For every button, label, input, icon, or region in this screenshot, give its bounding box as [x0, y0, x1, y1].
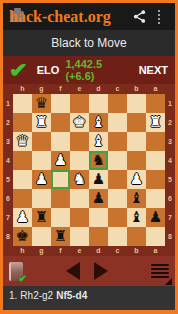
coord-label-d: d — [89, 246, 108, 256]
square-h1[interactable] — [13, 94, 32, 113]
square-d4[interactable]: ♞ — [89, 151, 108, 170]
coord-label-7: 7 — [165, 208, 175, 227]
turn-indicator-bar: Black to Move — [3, 30, 175, 56]
black-rook: ♜ — [35, 208, 48, 227]
prev-move-button[interactable] — [66, 262, 80, 280]
square-c2[interactable] — [108, 113, 127, 132]
square-c8[interactable] — [108, 227, 127, 246]
square-e4[interactable] — [70, 151, 89, 170]
square-e3[interactable] — [70, 132, 89, 151]
square-h7[interactable]: ♟ — [13, 208, 32, 227]
square-c7[interactable] — [108, 208, 127, 227]
square-g1[interactable]: ♛ — [32, 94, 51, 113]
square-g7[interactable]: ♜ — [32, 208, 51, 227]
coord-label-f: f — [51, 246, 70, 256]
black-bishop: ♝ — [130, 189, 143, 208]
square-f3[interactable] — [51, 132, 70, 151]
square-b8[interactable] — [127, 227, 146, 246]
coord-label-b: b — [127, 84, 146, 94]
white-move: Rh2-g2 — [20, 290, 53, 301]
square-e2[interactable]: ♚ — [70, 113, 89, 132]
square-e8[interactable] — [70, 227, 89, 246]
coord-label-g: g — [32, 84, 51, 94]
square-f1[interactable] — [51, 94, 70, 113]
white-pawn: ♟ — [130, 170, 143, 189]
watermark-link[interactable]: hack-cheat.org — [9, 3, 111, 30]
square-e5[interactable]: ♞ — [70, 170, 89, 189]
white-king: ♚ — [73, 113, 86, 132]
square-e7[interactable] — [70, 208, 89, 227]
coord-label-4: 4 — [3, 151, 13, 170]
square-h3[interactable]: ♛ — [13, 132, 32, 151]
resize-corner-icon — [165, 278, 172, 285]
black-bishop: ♝ — [130, 208, 143, 227]
square-a5[interactable] — [146, 170, 165, 189]
coord-label-5: 5 — [3, 170, 13, 189]
square-a3[interactable] — [146, 132, 165, 151]
coord-label-1: 1 — [3, 94, 13, 113]
chess-board: ♛♜♚♝♜♛♝♟♞♟♞♟♟♟♝♟♜♝♟♚♜ — [13, 94, 165, 246]
square-f7[interactable] — [51, 208, 70, 227]
white-pawn: ♟ — [54, 151, 67, 170]
rank-labels-left: 12345678 — [3, 94, 13, 246]
file-labels-top: hgfedcba — [3, 84, 175, 94]
move-list: 1. Rh2-g2 Nf5-d4 — [3, 286, 175, 310]
rank-labels-right: 12345678 — [165, 94, 175, 246]
elo-label: ELO — [37, 64, 60, 76]
coord-label-h: h — [13, 84, 32, 94]
square-d8[interactable] — [89, 227, 108, 246]
white-rook: ♜ — [149, 113, 162, 132]
move-nav — [23, 262, 151, 280]
square-c3[interactable] — [108, 132, 127, 151]
white-bishop: ♝ — [92, 113, 105, 132]
square-h8[interactable]: ♚ — [13, 227, 32, 246]
square-b7[interactable]: ♝ — [127, 208, 146, 227]
square-b4[interactable] — [127, 151, 146, 170]
square-g3[interactable] — [32, 132, 51, 151]
elo-value: 1,442.5 (+6.6) — [65, 58, 132, 82]
square-h4[interactable] — [13, 151, 32, 170]
square-b6[interactable]: ♝ — [127, 189, 146, 208]
square-e6[interactable] — [70, 189, 89, 208]
square-d5[interactable]: ♟ — [89, 170, 108, 189]
square-b3[interactable] — [127, 132, 146, 151]
share-button[interactable] — [129, 5, 149, 29]
square-c5[interactable] — [108, 170, 127, 189]
next-move-button[interactable] — [94, 262, 108, 280]
turn-text: Black to Move — [51, 36, 126, 50]
coord-label-3: 3 — [165, 132, 175, 151]
coord-label-d: d — [89, 84, 108, 94]
app-screen: hack-cheat.org Black to Move ✔ ELO 1,442… — [0, 0, 178, 314]
notebook-checked-icon[interactable]: ✔ — [9, 262, 23, 281]
coord-label-2: 2 — [3, 113, 13, 132]
coord-label-2: 2 — [165, 113, 175, 132]
square-b2[interactable] — [127, 113, 146, 132]
coord-label-f: f — [51, 84, 70, 94]
coord-label-4: 4 — [165, 151, 175, 170]
elo-bar: ✔ ELO 1,442.5 (+6.6) NEXT — [3, 56, 175, 84]
coord-label-7: 7 — [3, 208, 13, 227]
file-labels-bottom: hgfedcba — [3, 246, 175, 256]
coord-label-6: 6 — [165, 189, 175, 208]
next-button[interactable]: NEXT — [139, 64, 168, 76]
coord-label-8: 8 — [165, 227, 175, 246]
coord-label-5: 5 — [165, 170, 175, 189]
square-c4[interactable] — [108, 151, 127, 170]
square-f5[interactable] — [51, 170, 70, 189]
square-g8[interactable] — [32, 227, 51, 246]
white-rook: ♜ — [35, 113, 48, 132]
solved-checkmark-icon: ✔ — [9, 60, 28, 80]
square-g4[interactable] — [32, 151, 51, 170]
black-rook: ♜ — [54, 227, 67, 246]
coord-label-b: b — [127, 246, 146, 256]
square-d3[interactable]: ♝ — [89, 132, 108, 151]
move-number: 1. — [9, 290, 17, 301]
square-d7[interactable] — [89, 208, 108, 227]
coord-label-3: 3 — [3, 132, 13, 151]
coord-label-6: 6 — [3, 189, 13, 208]
coord-label-c: c — [108, 84, 127, 94]
black-king: ♚ — [16, 227, 29, 246]
square-a7[interactable]: ♟ — [146, 208, 165, 227]
black-knight: ♞ — [92, 151, 105, 170]
square-g2[interactable]: ♜ — [32, 113, 51, 132]
coord-label-c: c — [108, 246, 127, 256]
coord-label-e: e — [70, 246, 89, 256]
square-d6[interactable]: ♟ — [89, 189, 108, 208]
control-bar: ✔ — [3, 256, 175, 286]
square-c6[interactable] — [108, 189, 127, 208]
black-pawn: ♟ — [149, 208, 162, 227]
square-b1[interactable] — [127, 94, 146, 113]
coord-label-a: a — [146, 246, 165, 256]
square-d1[interactable] — [89, 94, 108, 113]
white-pawn: ♟ — [35, 170, 48, 189]
square-a1[interactable] — [146, 94, 165, 113]
overflow-menu-button[interactable] — [149, 5, 169, 29]
black-queen: ♛ — [35, 94, 48, 113]
white-bishop: ♝ — [92, 132, 105, 151]
square-d2[interactable]: ♝ — [89, 113, 108, 132]
coord-label-e: e — [70, 84, 89, 94]
square-f8[interactable]: ♜ — [51, 227, 70, 246]
white-pawn: ♟ — [16, 208, 29, 227]
white-queen: ♛ — [16, 132, 29, 151]
square-a2[interactable]: ♜ — [146, 113, 165, 132]
black-pawn: ♟ — [92, 170, 105, 189]
action-bar: hack-cheat.org — [3, 3, 175, 30]
square-f4[interactable]: ♟ — [51, 151, 70, 170]
square-b5[interactable]: ♟ — [127, 170, 146, 189]
coord-label-a: a — [146, 84, 165, 94]
hamburger-menu-button[interactable] — [151, 262, 169, 280]
coord-label-1: 1 — [165, 94, 175, 113]
square-e1[interactable] — [70, 94, 89, 113]
coord-label-h: h — [13, 246, 32, 256]
square-h6[interactable] — [13, 189, 32, 208]
black-move: Nf5-d4 — [56, 290, 87, 301]
coord-label-8: 8 — [3, 227, 13, 246]
overflow-menu-icon — [158, 10, 160, 24]
board-frame: hgfedcba 12345678 ♛♜♚♝♜♛♝♟♞♟♞♟♟♟♝♟♜♝♟♚♜ … — [3, 84, 175, 256]
share-icon — [132, 9, 147, 24]
square-h5[interactable] — [13, 170, 32, 189]
square-a8[interactable] — [146, 227, 165, 246]
black-pawn: ♟ — [92, 189, 105, 208]
square-g6[interactable] — [32, 189, 51, 208]
square-f2[interactable] — [51, 113, 70, 132]
square-h2[interactable] — [13, 113, 32, 132]
square-g5[interactable]: ♟ — [32, 170, 51, 189]
white-knight: ♞ — [73, 170, 86, 189]
square-a4[interactable] — [146, 151, 165, 170]
square-a6[interactable] — [146, 189, 165, 208]
coord-label-g: g — [32, 246, 51, 256]
square-f6[interactable] — [51, 189, 70, 208]
square-c1[interactable] — [108, 94, 127, 113]
